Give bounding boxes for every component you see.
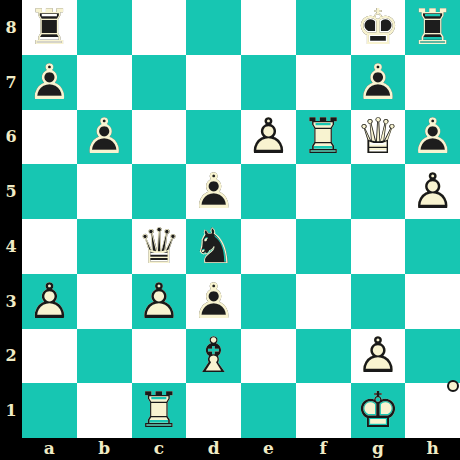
- piece-black-pawn[interactable]: ♟♙: [351, 55, 406, 110]
- square-h2[interactable]: [405, 329, 460, 384]
- square-g3[interactable]: [351, 274, 406, 329]
- rank-label-4: 4: [0, 219, 22, 274]
- square-f6[interactable]: ♜♖: [296, 110, 351, 165]
- square-h3[interactable]: [405, 274, 460, 329]
- piece-glyph-outline: ♗: [186, 329, 241, 384]
- piece-glyph-outline: ♖: [22, 0, 77, 55]
- piece-glyph-outline: ♙: [351, 55, 406, 110]
- rank-label-3: 3: [0, 274, 22, 329]
- file-label-d: d: [186, 438, 241, 460]
- square-h8[interactable]: ♜♖: [405, 0, 460, 55]
- piece-glyph-outline: ♙: [405, 164, 460, 219]
- file-label-b: b: [77, 438, 132, 460]
- piece-black-pawn[interactable]: ♟♙: [77, 110, 132, 165]
- piece-black-knight[interactable]: ♞♘: [186, 219, 241, 274]
- chess-diagram: 87654321 ♜♖♚♔♜♖♟♙♟♙♟♙♟♙♜♖♛♕♟♙♟♙♟♙♛♕♞♘♟♙♟…: [0, 0, 460, 460]
- piece-white-bishop[interactable]: ♝♗: [186, 329, 241, 384]
- square-d7[interactable]: [186, 55, 241, 110]
- piece-glyph-outline: ♕: [132, 219, 187, 274]
- square-c8[interactable]: [132, 0, 187, 55]
- piece-glyph-outline: ♖: [132, 383, 187, 438]
- piece-black-rook[interactable]: ♜♖: [22, 0, 77, 55]
- square-f2[interactable]: [296, 329, 351, 384]
- square-b2[interactable]: [77, 329, 132, 384]
- piece-white-king[interactable]: ♚♔: [351, 383, 406, 438]
- piece-glyph-outline: ♔: [351, 0, 406, 55]
- square-c3[interactable]: ♟♙: [132, 274, 187, 329]
- square-a3[interactable]: ♟♙: [22, 274, 77, 329]
- file-label-a: a: [22, 438, 77, 460]
- square-h7[interactable]: [405, 55, 460, 110]
- file-label-e: e: [241, 438, 296, 460]
- square-c6[interactable]: [132, 110, 187, 165]
- square-b4[interactable]: [77, 219, 132, 274]
- file-label-g: g: [351, 438, 406, 460]
- piece-glyph-outline: ♕: [351, 110, 406, 165]
- square-f1[interactable]: [296, 383, 351, 438]
- square-f3[interactable]: [296, 274, 351, 329]
- piece-white-pawn[interactable]: ♟♙: [241, 110, 296, 165]
- piece-black-pawn[interactable]: ♟♙: [22, 55, 77, 110]
- square-b6[interactable]: ♟♙: [77, 110, 132, 165]
- square-g6[interactable]: ♛♕: [351, 110, 406, 165]
- square-e8[interactable]: [241, 0, 296, 55]
- square-e7[interactable]: [241, 55, 296, 110]
- square-f7[interactable]: [296, 55, 351, 110]
- piece-white-pawn[interactable]: ♟♙: [351, 329, 406, 384]
- square-e6[interactable]: ♟♙: [241, 110, 296, 165]
- square-c5[interactable]: [132, 164, 187, 219]
- square-b3[interactable]: [77, 274, 132, 329]
- square-a8[interactable]: ♜♖: [22, 0, 77, 55]
- square-c7[interactable]: [132, 55, 187, 110]
- square-g8[interactable]: ♚♔: [351, 0, 406, 55]
- square-h4[interactable]: [405, 219, 460, 274]
- piece-glyph-outline: ♙: [186, 274, 241, 329]
- square-d3[interactable]: ♟♙: [186, 274, 241, 329]
- piece-white-pawn[interactable]: ♟♙: [22, 274, 77, 329]
- piece-white-rook[interactable]: ♜♖: [296, 110, 351, 165]
- square-h5[interactable]: ♟♙: [405, 164, 460, 219]
- piece-black-pawn[interactable]: ♟♙: [186, 164, 241, 219]
- file-label-f: f: [296, 438, 351, 460]
- piece-glyph-outline: ♙: [22, 55, 77, 110]
- square-a5[interactable]: [22, 164, 77, 219]
- file-labels: abcdefgh: [22, 438, 460, 460]
- square-e1[interactable]: [241, 383, 296, 438]
- square-a1[interactable]: [22, 383, 77, 438]
- rank-label-6: 6: [0, 110, 22, 165]
- square-d6[interactable]: [186, 110, 241, 165]
- piece-glyph-outline: ♙: [132, 274, 187, 329]
- piece-black-pawn[interactable]: ♟♙: [405, 110, 460, 165]
- rank-label-7: 7: [0, 55, 22, 110]
- square-c1[interactable]: ♜♖: [132, 383, 187, 438]
- square-b8[interactable]: [77, 0, 132, 55]
- square-e3[interactable]: [241, 274, 296, 329]
- square-d4[interactable]: ♞♘: [186, 219, 241, 274]
- square-a4[interactable]: [22, 219, 77, 274]
- piece-glyph-outline: ♙: [241, 110, 296, 165]
- rank-label-8: 8: [0, 0, 22, 55]
- piece-glyph-outline: ♖: [405, 0, 460, 55]
- rank-label-5: 5: [0, 164, 22, 219]
- square-d5[interactable]: ♟♙: [186, 164, 241, 219]
- square-g2[interactable]: ♟♙: [351, 329, 406, 384]
- square-g5[interactable]: [351, 164, 406, 219]
- file-label-c: c: [132, 438, 187, 460]
- square-e4[interactable]: [241, 219, 296, 274]
- piece-white-pawn[interactable]: ♟♙: [405, 164, 460, 219]
- piece-black-king[interactable]: ♚♔: [351, 0, 406, 55]
- piece-white-queen[interactable]: ♛♕: [351, 110, 406, 165]
- square-b1[interactable]: [77, 383, 132, 438]
- square-f8[interactable]: [296, 0, 351, 55]
- piece-glyph-outline: ♙: [22, 274, 77, 329]
- piece-black-queen[interactable]: ♛♕: [132, 219, 187, 274]
- piece-glyph-outline: ♔: [351, 383, 406, 438]
- rank-label-1: 1: [0, 383, 22, 438]
- square-e5[interactable]: [241, 164, 296, 219]
- piece-white-pawn[interactable]: ♟♙: [132, 274, 187, 329]
- chess-board: ♜♖♚♔♜♖♟♙♟♙♟♙♟♙♜♖♛♕♟♙♟♙♟♙♛♕♞♘♟♙♟♙♟♙♝♗♟♙♜♖…: [22, 0, 460, 438]
- piece-glyph-outline: ♙: [405, 110, 460, 165]
- piece-black-pawn[interactable]: ♟♙: [186, 274, 241, 329]
- piece-white-rook[interactable]: ♜♖: [132, 383, 187, 438]
- square-g1[interactable]: ♚♔: [351, 383, 406, 438]
- square-d1[interactable]: [186, 383, 241, 438]
- piece-black-rook[interactable]: ♜♖: [405, 0, 460, 55]
- square-h6[interactable]: ♟♙: [405, 110, 460, 165]
- square-f4[interactable]: [296, 219, 351, 274]
- square-d2[interactable]: ♝♗: [186, 329, 241, 384]
- piece-glyph-outline: ♖: [296, 110, 351, 165]
- file-label-h: h: [405, 438, 460, 460]
- square-e2[interactable]: [241, 329, 296, 384]
- square-c4[interactable]: ♛♕: [132, 219, 187, 274]
- rank-labels: 87654321: [0, 0, 22, 438]
- piece-glyph-outline: ♘: [186, 219, 241, 274]
- square-d8[interactable]: [186, 0, 241, 55]
- piece-glyph-outline: ♙: [77, 110, 132, 165]
- white-to-move-indicator: [447, 380, 459, 392]
- piece-glyph-outline: ♙: [186, 164, 241, 219]
- rank-label-2: 2: [0, 329, 22, 384]
- square-b5[interactable]: [77, 164, 132, 219]
- piece-glyph-outline: ♙: [351, 329, 406, 384]
- square-a6[interactable]: [22, 110, 77, 165]
- square-c2[interactable]: [132, 329, 187, 384]
- square-g7[interactable]: ♟♙: [351, 55, 406, 110]
- square-g4[interactable]: [351, 219, 406, 274]
- square-a2[interactable]: [22, 329, 77, 384]
- square-b7[interactable]: [77, 55, 132, 110]
- square-a7[interactable]: ♟♙: [22, 55, 77, 110]
- square-f5[interactable]: [296, 164, 351, 219]
